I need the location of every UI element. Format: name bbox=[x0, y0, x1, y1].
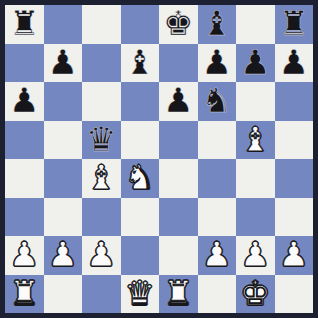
square-g6[interactable] bbox=[236, 82, 275, 121]
black-pawn[interactable]: ♟ bbox=[202, 45, 232, 79]
square-f3[interactable] bbox=[198, 198, 237, 237]
white-queen[interactable]: ♛ bbox=[125, 276, 155, 310]
square-h2[interactable]: ♟ bbox=[275, 236, 314, 275]
square-f8[interactable]: ♝ bbox=[198, 5, 237, 44]
square-f5[interactable] bbox=[198, 121, 237, 160]
white-rook[interactable]: ♜ bbox=[163, 276, 193, 310]
white-bishop[interactable]: ♝ bbox=[86, 160, 116, 194]
white-pawn[interactable]: ♟ bbox=[86, 237, 116, 271]
black-king[interactable]: ♚ bbox=[163, 6, 193, 40]
square-e2[interactable] bbox=[159, 236, 198, 275]
square-b1[interactable] bbox=[44, 275, 83, 314]
black-pawn[interactable]: ♟ bbox=[9, 83, 39, 117]
square-e8[interactable]: ♚ bbox=[159, 5, 198, 44]
square-f2[interactable]: ♟ bbox=[198, 236, 237, 275]
square-b8[interactable] bbox=[44, 5, 83, 44]
square-b2[interactable]: ♟ bbox=[44, 236, 83, 275]
square-a2[interactable]: ♟ bbox=[5, 236, 44, 275]
square-g1[interactable]: ♚ bbox=[236, 275, 275, 314]
black-bishop[interactable]: ♝ bbox=[125, 45, 155, 79]
black-knight[interactable]: ♞ bbox=[202, 83, 232, 117]
black-rook[interactable]: ♜ bbox=[9, 6, 39, 40]
white-pawn[interactable]: ♟ bbox=[9, 237, 39, 271]
square-g5[interactable]: ♝ bbox=[236, 121, 275, 160]
square-h4[interactable] bbox=[275, 159, 314, 198]
square-b3[interactable] bbox=[44, 198, 83, 237]
white-pawn[interactable]: ♟ bbox=[202, 237, 232, 271]
black-bishop[interactable]: ♝ bbox=[202, 6, 232, 40]
square-g2[interactable]: ♟ bbox=[236, 236, 275, 275]
white-rook[interactable]: ♜ bbox=[9, 276, 39, 310]
square-f1[interactable] bbox=[198, 275, 237, 314]
board-grid: ♜♚♝♜♟♝♟♟♟♟♟♞♛♝♝♞♟♟♟♟♟♟♜♛♜♚ bbox=[5, 5, 313, 313]
square-d7[interactable]: ♝ bbox=[121, 44, 160, 83]
white-pawn[interactable]: ♟ bbox=[240, 237, 270, 271]
square-d3[interactable] bbox=[121, 198, 160, 237]
square-c7[interactable] bbox=[82, 44, 121, 83]
square-a6[interactable]: ♟ bbox=[5, 82, 44, 121]
square-h3[interactable] bbox=[275, 198, 314, 237]
white-knight[interactable]: ♞ bbox=[125, 160, 155, 194]
square-e3[interactable] bbox=[159, 198, 198, 237]
square-h7[interactable]: ♟ bbox=[275, 44, 314, 83]
square-d5[interactable] bbox=[121, 121, 160, 160]
square-a5[interactable] bbox=[5, 121, 44, 160]
white-pawn[interactable]: ♟ bbox=[279, 237, 309, 271]
square-f7[interactable]: ♟ bbox=[198, 44, 237, 83]
square-e6[interactable]: ♟ bbox=[159, 82, 198, 121]
black-queen[interactable]: ♛ bbox=[86, 122, 116, 156]
square-g8[interactable] bbox=[236, 5, 275, 44]
white-bishop[interactable]: ♝ bbox=[240, 122, 270, 156]
square-e7[interactable] bbox=[159, 44, 198, 83]
square-b5[interactable] bbox=[44, 121, 83, 160]
black-pawn[interactable]: ♟ bbox=[240, 45, 270, 79]
square-c1[interactable] bbox=[82, 275, 121, 314]
square-c3[interactable] bbox=[82, 198, 121, 237]
square-b7[interactable]: ♟ bbox=[44, 44, 83, 83]
square-g7[interactable]: ♟ bbox=[236, 44, 275, 83]
black-rook[interactable]: ♜ bbox=[279, 6, 309, 40]
square-a8[interactable]: ♜ bbox=[5, 5, 44, 44]
square-g4[interactable] bbox=[236, 159, 275, 198]
square-g3[interactable] bbox=[236, 198, 275, 237]
black-pawn[interactable]: ♟ bbox=[279, 45, 309, 79]
chess-board: ♜♚♝♜♟♝♟♟♟♟♟♞♛♝♝♞♟♟♟♟♟♟♜♛♜♚ bbox=[0, 0, 318, 318]
square-c2[interactable]: ♟ bbox=[82, 236, 121, 275]
square-a7[interactable] bbox=[5, 44, 44, 83]
white-king[interactable]: ♚ bbox=[240, 276, 270, 310]
square-h1[interactable] bbox=[275, 275, 314, 314]
square-h8[interactable]: ♜ bbox=[275, 5, 314, 44]
square-c4[interactable]: ♝ bbox=[82, 159, 121, 198]
square-d8[interactable] bbox=[121, 5, 160, 44]
square-b6[interactable] bbox=[44, 82, 83, 121]
square-a4[interactable] bbox=[5, 159, 44, 198]
square-e1[interactable]: ♜ bbox=[159, 275, 198, 314]
black-pawn[interactable]: ♟ bbox=[163, 83, 193, 117]
square-c8[interactable] bbox=[82, 5, 121, 44]
square-b4[interactable] bbox=[44, 159, 83, 198]
square-e5[interactable] bbox=[159, 121, 198, 160]
square-d6[interactable] bbox=[121, 82, 160, 121]
square-f6[interactable]: ♞ bbox=[198, 82, 237, 121]
square-h5[interactable] bbox=[275, 121, 314, 160]
square-d4[interactable]: ♞ bbox=[121, 159, 160, 198]
square-h6[interactable] bbox=[275, 82, 314, 121]
square-d2[interactable] bbox=[121, 236, 160, 275]
square-a3[interactable] bbox=[5, 198, 44, 237]
square-d1[interactable]: ♛ bbox=[121, 275, 160, 314]
square-c6[interactable] bbox=[82, 82, 121, 121]
square-c5[interactable]: ♛ bbox=[82, 121, 121, 160]
white-pawn[interactable]: ♟ bbox=[48, 237, 78, 271]
square-f4[interactable] bbox=[198, 159, 237, 198]
black-pawn[interactable]: ♟ bbox=[48, 45, 78, 79]
square-e4[interactable] bbox=[159, 159, 198, 198]
square-a1[interactable]: ♜ bbox=[5, 275, 44, 314]
